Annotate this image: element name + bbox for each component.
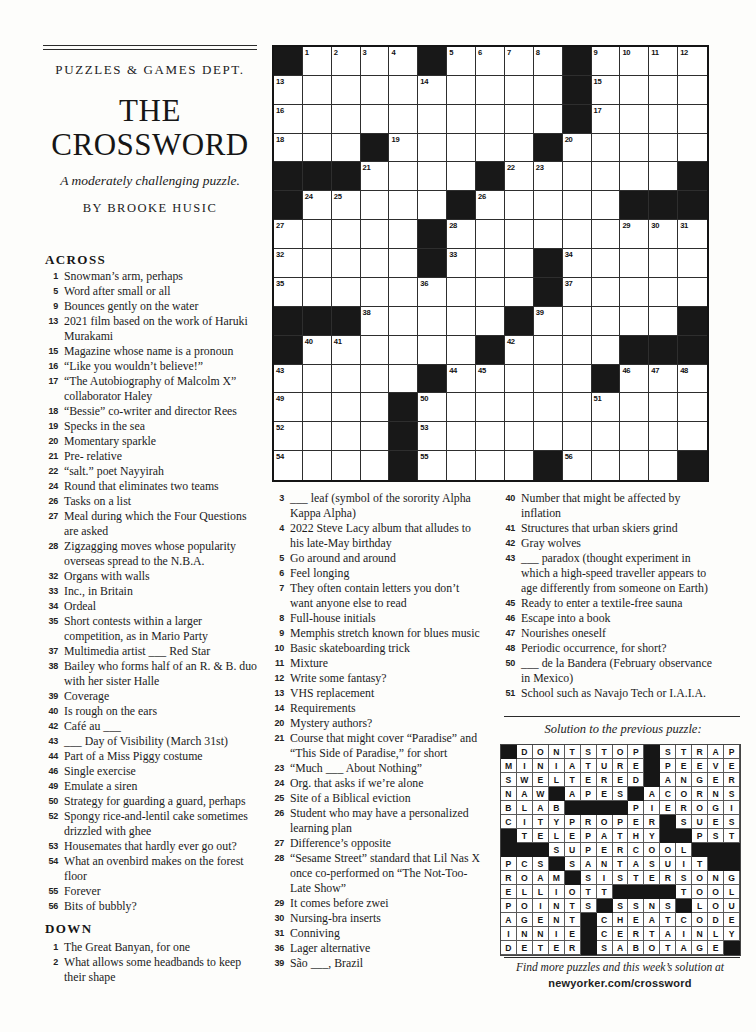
solution-cell: M: [501, 759, 517, 773]
grid-cell[interactable]: 47: [649, 365, 678, 394]
grid-cell[interactable]: 28: [447, 220, 476, 249]
grid-cell[interactable]: [476, 220, 505, 249]
cell-number: 31: [680, 221, 688, 230]
clue-number: 37: [43, 644, 58, 656]
grid-cell[interactable]: [563, 422, 592, 451]
clue-number: 53: [43, 839, 58, 851]
solution-cell: I: [644, 801, 660, 815]
solution-cell: E: [708, 815, 724, 829]
grid-cell[interactable]: [418, 191, 447, 220]
grid-cell[interactable]: [389, 307, 418, 336]
grid-cell[interactable]: [389, 249, 418, 278]
grid-cell[interactable]: 9: [592, 47, 621, 76]
grid-cell[interactable]: [303, 220, 332, 249]
grid-cell[interactable]: [505, 105, 534, 134]
grid-cell-black: [563, 105, 592, 134]
grid-cell[interactable]: [505, 76, 534, 105]
grid-cell[interactable]: [505, 278, 534, 307]
grid-cell[interactable]: [620, 162, 649, 191]
clue-number: 46: [43, 764, 58, 776]
cell-number: 13: [276, 77, 284, 86]
grid-cell[interactable]: [505, 451, 534, 480]
grid-cell[interactable]: 33: [447, 249, 476, 278]
grid-cell[interactable]: 50: [418, 393, 447, 422]
grid-cell[interactable]: [649, 249, 678, 278]
clue-number: 13: [272, 686, 284, 698]
solution-cell: C: [597, 927, 613, 941]
clue-item: 26Tasks on a list: [43, 494, 269, 509]
cell-number: 5: [449, 48, 453, 57]
grid-cell[interactable]: 22: [505, 162, 534, 191]
grid-cell[interactable]: [620, 393, 649, 422]
grid-cell[interactable]: [534, 336, 563, 365]
solution-cell-black: [581, 913, 597, 927]
solution-cell: I: [517, 815, 533, 829]
grid-cell[interactable]: [361, 393, 390, 422]
grid-cell[interactable]: [505, 422, 534, 451]
solution-cell: S: [676, 815, 692, 829]
solution-cell: C: [660, 787, 676, 801]
clue-item: 19Specks in the sea: [43, 419, 269, 434]
solution-cell: N: [692, 927, 708, 941]
clue-item: 46Escape into a book: [503, 611, 743, 626]
grid-cell[interactable]: [361, 278, 390, 307]
grid-cell[interactable]: 18: [274, 134, 303, 163]
grid-cell[interactable]: 52: [274, 422, 303, 451]
grid-cell[interactable]: [476, 451, 505, 480]
clue-text: Café au ___: [64, 719, 121, 734]
grid-cell[interactable]: 21: [361, 162, 390, 191]
solution-cell: S: [501, 773, 517, 787]
grid-cell[interactable]: [447, 393, 476, 422]
solution-cell: C: [676, 913, 692, 927]
solution-cell: R: [613, 843, 629, 857]
solution-cell: I: [533, 899, 549, 913]
grid-cell[interactable]: 36: [418, 278, 447, 307]
grid-cell[interactable]: 40: [303, 336, 332, 365]
grid-cell[interactable]: [361, 76, 390, 105]
grid-cell[interactable]: 51: [592, 393, 621, 422]
grid-cell[interactable]: [389, 191, 418, 220]
grid-cell[interactable]: [649, 278, 678, 307]
grid-cell[interactable]: [476, 105, 505, 134]
grid-cell[interactable]: [447, 451, 476, 480]
grid-cell[interactable]: 13: [274, 76, 303, 105]
clue-number: 48: [503, 641, 515, 653]
solution-cell: S: [660, 899, 676, 913]
solution-cell: N: [533, 927, 549, 941]
solution-cell: T: [565, 899, 581, 913]
solution-cell: S: [660, 745, 676, 759]
grid-cell[interactable]: [649, 76, 678, 105]
grid-cell[interactable]: 19: [389, 134, 418, 163]
grid-cell[interactable]: [447, 336, 476, 365]
grid-cell[interactable]: [505, 134, 534, 163]
grid-cell[interactable]: [303, 278, 332, 307]
solution-cell: O: [644, 941, 660, 955]
clue-text: What allows some headbands to keep their…: [64, 955, 241, 985]
grid-cell[interactable]: [332, 451, 361, 480]
grid-cell[interactable]: 44: [447, 365, 476, 394]
grid-cell[interactable]: 31: [678, 220, 707, 249]
solution-cell: S: [644, 857, 660, 871]
clue-item: 10Basic skateboarding trick: [272, 641, 502, 656]
grid-cell[interactable]: [389, 76, 418, 105]
grid-cell[interactable]: [303, 134, 332, 163]
grid-cell[interactable]: [361, 422, 390, 451]
grid-cell[interactable]: [534, 422, 563, 451]
solution-cell: A: [533, 801, 549, 815]
solution-cell-black: [644, 759, 660, 773]
grid-cell[interactable]: [505, 365, 534, 394]
grid-cell[interactable]: [389, 105, 418, 134]
grid-cell[interactable]: [563, 162, 592, 191]
grid-cell[interactable]: [505, 393, 534, 422]
grid-cell[interactable]: [418, 134, 447, 163]
grid-cell[interactable]: [592, 134, 621, 163]
grid-cell[interactable]: [620, 134, 649, 163]
grid-cell[interactable]: [389, 365, 418, 394]
cell-number: 3: [363, 48, 367, 57]
solution-cell: T: [692, 857, 708, 871]
solution-cell: R: [613, 759, 629, 773]
grid-cell[interactable]: [476, 393, 505, 422]
solution-cell: E: [724, 913, 740, 927]
grid-cell[interactable]: [534, 76, 563, 105]
solution-cell: N: [517, 927, 533, 941]
puzzle-subtitle: A moderately challenging puzzle.: [43, 173, 257, 189]
grid-cell-black: [389, 451, 418, 480]
clue-text: “Bessie” co-writer and director Rees: [64, 404, 237, 419]
grid-cell[interactable]: [303, 422, 332, 451]
grid-cell[interactable]: 20: [563, 134, 592, 163]
grid-cell[interactable]: [476, 134, 505, 163]
grid-cell[interactable]: [447, 422, 476, 451]
grid-cell[interactable]: 25: [332, 191, 361, 220]
clue-item: 2What allows some headbands to keep thei…: [43, 955, 269, 985]
grid-cell[interactable]: [447, 307, 476, 336]
grid-cell[interactable]: [332, 365, 361, 394]
grid-cell[interactable]: [361, 191, 390, 220]
grid-cell[interactable]: [332, 278, 361, 307]
solution-cell: I: [549, 885, 565, 899]
grid-cell[interactable]: [505, 249, 534, 278]
solution-cell-black: [533, 843, 549, 857]
grid-cell[interactable]: [303, 393, 332, 422]
clue-item: 44Part of a Miss Piggy costume: [43, 749, 269, 764]
grid-cell[interactable]: [476, 249, 505, 278]
grid-cell[interactable]: [303, 451, 332, 480]
grid-cell-black: [649, 191, 678, 220]
grid-cell[interactable]: [678, 249, 707, 278]
solution-cell: P: [501, 899, 517, 913]
cell-number: 52: [276, 423, 284, 432]
clue-item: 22“salt.” poet Nayyirah: [43, 464, 269, 479]
grid-cell[interactable]: [563, 307, 592, 336]
grid-cell[interactable]: [649, 307, 678, 336]
grid-cell[interactable]: [332, 105, 361, 134]
solution-cell: T: [565, 745, 581, 759]
grid-cell[interactable]: 55: [418, 451, 447, 480]
grid-cell[interactable]: 23: [534, 162, 563, 191]
solution-cell: O: [708, 885, 724, 899]
grid-cell[interactable]: [447, 76, 476, 105]
cell-number: 28: [449, 221, 457, 230]
footer-text: Find more puzzles and this week’s soluti…: [486, 961, 754, 973]
grid-cell[interactable]: 39: [534, 307, 563, 336]
grid-cell[interactable]: [361, 220, 390, 249]
grid-cell[interactable]: [303, 105, 332, 134]
cell-number: 10: [622, 48, 630, 57]
grid-cell[interactable]: [649, 162, 678, 191]
grid-cell[interactable]: [592, 451, 621, 480]
solution-cell-black: [628, 787, 644, 801]
clue-number: 13: [43, 314, 58, 326]
grid-cell[interactable]: 3: [361, 47, 390, 76]
across-clue-list: 1Snowman’s arm, perhaps5Word after small…: [43, 269, 269, 914]
grid-cell[interactable]: [447, 105, 476, 134]
solution-cell: D: [501, 941, 517, 955]
page-title-line2: CROSSWORD: [51, 127, 248, 162]
grid-cell[interactable]: [620, 76, 649, 105]
grid-cell[interactable]: 2: [332, 47, 361, 76]
grid-cell[interactable]: [592, 249, 621, 278]
grid-cell[interactable]: 24: [303, 191, 332, 220]
clue-text: Spongy rice-and-lentil cake sometimes dr…: [64, 809, 248, 839]
grid-cell[interactable]: [563, 393, 592, 422]
grid-cell[interactable]: [649, 422, 678, 451]
grid-cell[interactable]: 56: [563, 451, 592, 480]
grid-cell[interactable]: 6: [476, 47, 505, 76]
solution-cell: O: [533, 745, 549, 759]
clue-text: Bits of bubbly?: [64, 899, 137, 914]
cell-number: 16: [276, 106, 284, 115]
grid-cell[interactable]: 32: [274, 249, 303, 278]
grid-cell[interactable]: [649, 134, 678, 163]
solution-cell: T: [724, 829, 740, 843]
grid-cell[interactable]: [418, 336, 447, 365]
grid-cell-black: [332, 307, 361, 336]
grid-cell[interactable]: 48: [678, 365, 707, 394]
solution-cell: Y: [549, 815, 565, 829]
solution-cell: E: [565, 927, 581, 941]
clue-text: Ready to enter a textile-free sauna: [521, 596, 682, 611]
grid-cell[interactable]: [389, 278, 418, 307]
grid-cell[interactable]: 38: [361, 307, 390, 336]
grid-cell-black: [534, 278, 563, 307]
grid-cell[interactable]: [418, 162, 447, 191]
grid-cell[interactable]: [476, 307, 505, 336]
solution-cell: S: [708, 829, 724, 843]
grid-cell[interactable]: [505, 220, 534, 249]
grid-cell[interactable]: [620, 105, 649, 134]
page-title-line1: THE: [119, 93, 181, 128]
grid-cell[interactable]: [592, 336, 621, 365]
crossword-grid[interactable]: 1234567891011121314151617181920212223242…: [272, 45, 709, 482]
grid-cell[interactable]: [361, 365, 390, 394]
grid-cell[interactable]: 35: [274, 278, 303, 307]
grid-cell[interactable]: [447, 162, 476, 191]
grid-cell[interactable]: [678, 422, 707, 451]
grid-cell[interactable]: [678, 134, 707, 163]
grid-cell[interactable]: [476, 278, 505, 307]
cell-number: 19: [391, 135, 399, 144]
grid-cell[interactable]: 41: [332, 336, 361, 365]
clue-number: 5: [43, 284, 58, 296]
grid-cell[interactable]: 1: [303, 47, 332, 76]
clue-item: 38Bailey who forms half of an R. & B. du…: [43, 659, 269, 689]
cell-number: 9: [594, 48, 598, 57]
clue-item: 30Nursing-bra inserts: [272, 911, 502, 926]
grid-cell[interactable]: 37: [563, 278, 592, 307]
clue-text: “Like you wouldn’t believe!”: [64, 359, 203, 374]
grid-cell[interactable]: [649, 451, 678, 480]
grid-cell[interactable]: [534, 365, 563, 394]
clue-number: 26: [272, 806, 284, 818]
grid-cell[interactable]: [418, 307, 447, 336]
grid-cell[interactable]: [361, 249, 390, 278]
grid-cell[interactable]: 34: [563, 249, 592, 278]
grid-cell[interactable]: 42: [505, 336, 534, 365]
grid-cell[interactable]: [592, 191, 621, 220]
grid-cell[interactable]: [332, 249, 361, 278]
grid-cell[interactable]: 5: [447, 47, 476, 76]
grid-cell[interactable]: [332, 134, 361, 163]
grid-cell[interactable]: [418, 105, 447, 134]
grid-cell[interactable]: 53: [418, 422, 447, 451]
solution-cell: O: [676, 787, 692, 801]
clue-number: 40: [503, 491, 515, 503]
grid-cell[interactable]: [476, 422, 505, 451]
grid-cell[interactable]: [678, 76, 707, 105]
grid-cell[interactable]: [563, 191, 592, 220]
clue-number: 49: [43, 779, 58, 791]
grid-cell[interactable]: [361, 451, 390, 480]
cell-number: 45: [478, 366, 486, 375]
grid-cell[interactable]: [303, 76, 332, 105]
cell-number: 42: [507, 337, 515, 346]
grid-cell[interactable]: [447, 278, 476, 307]
grid-cell[interactable]: 7: [505, 47, 534, 76]
grid-cell[interactable]: [332, 393, 361, 422]
grid-cell[interactable]: 10: [620, 47, 649, 76]
cell-number: 22: [507, 163, 515, 172]
grid-cell[interactable]: [649, 105, 678, 134]
grid-cell[interactable]: 4: [389, 47, 418, 76]
grid-cell[interactable]: [563, 336, 592, 365]
grid-cell[interactable]: 16: [274, 105, 303, 134]
grid-cell[interactable]: [592, 162, 621, 191]
clue-number: 11: [272, 656, 284, 668]
grid-cell[interactable]: [332, 220, 361, 249]
grid-cell[interactable]: 30: [649, 220, 678, 249]
solution-cell: S: [549, 843, 565, 857]
grid-cell[interactable]: [649, 393, 678, 422]
grid-cell[interactable]: 12: [678, 47, 707, 76]
grid-cell[interactable]: [620, 307, 649, 336]
solution-cell: T: [581, 759, 597, 773]
grid-cell[interactable]: [678, 278, 707, 307]
clue-item: 8Full-house initials: [272, 611, 502, 626]
grid-cell[interactable]: [620, 422, 649, 451]
grid-cell[interactable]: [563, 220, 592, 249]
grid-cell[interactable]: 11: [649, 47, 678, 76]
grid-cell[interactable]: [332, 76, 361, 105]
grid-cell[interactable]: 14: [418, 76, 447, 105]
grid-cell[interactable]: [361, 105, 390, 134]
solution-cell: A: [613, 941, 629, 955]
grid-cell[interactable]: 46: [620, 365, 649, 394]
grid-cell[interactable]: [447, 134, 476, 163]
clue-text: Snowman’s arm, perhaps: [64, 269, 183, 284]
solution-cell: N: [644, 899, 660, 913]
grid-cell[interactable]: [592, 307, 621, 336]
grid-cell[interactable]: [592, 422, 621, 451]
grid-cell[interactable]: 49: [274, 393, 303, 422]
grid-cell[interactable]: [505, 191, 534, 220]
grid-cell[interactable]: 8: [534, 47, 563, 76]
clue-item: 35Short contests within a larger competi…: [43, 614, 269, 644]
solution-cell-black: [724, 941, 740, 955]
grid-cell[interactable]: 26: [476, 191, 505, 220]
grid-cell[interactable]: [476, 76, 505, 105]
solution-cell: U: [692, 815, 708, 829]
grid-cell-black: [274, 47, 303, 76]
grid-cell[interactable]: [592, 278, 621, 307]
grid-cell[interactable]: [303, 249, 332, 278]
grid-cell[interactable]: 27: [274, 220, 303, 249]
solution-cell: S: [597, 941, 613, 955]
solution-cell: T: [597, 745, 613, 759]
grid-cell[interactable]: [678, 105, 707, 134]
solution-cell-black: [724, 857, 740, 871]
grid-cell[interactable]: [534, 393, 563, 422]
grid-cell[interactable]: [332, 422, 361, 451]
grid-cell[interactable]: [389, 162, 418, 191]
grid-cell[interactable]: [678, 393, 707, 422]
grid-cell[interactable]: [563, 365, 592, 394]
grid-cell[interactable]: 45: [476, 365, 505, 394]
grid-cell[interactable]: [620, 278, 649, 307]
grid-cell[interactable]: [303, 365, 332, 394]
grid-cell[interactable]: 17: [592, 105, 621, 134]
grid-cell[interactable]: 54: [274, 451, 303, 480]
grid-cell[interactable]: [592, 220, 621, 249]
clue-text: “The Autobiography of Malcolm X” collabo…: [64, 374, 236, 404]
grid-cell[interactable]: [361, 336, 390, 365]
grid-cell[interactable]: 29: [620, 220, 649, 249]
grid-cell[interactable]: [534, 105, 563, 134]
clue-text: Word after small or all: [64, 284, 171, 299]
solution-cell: N: [708, 871, 724, 885]
grid-cell[interactable]: [620, 249, 649, 278]
clue-number: 19: [43, 419, 58, 431]
clue-text: Housemates that hardly ever go out?: [64, 839, 237, 854]
solution-cell: R: [628, 927, 644, 941]
solution-cell: I: [724, 801, 740, 815]
grid-cell-black: [505, 307, 534, 336]
grid-cell[interactable]: [620, 451, 649, 480]
grid-cell[interactable]: 15: [592, 76, 621, 105]
grid-cell[interactable]: [534, 191, 563, 220]
grid-cell[interactable]: [389, 336, 418, 365]
grid-cell[interactable]: 43: [274, 365, 303, 394]
grid-cell[interactable]: [534, 220, 563, 249]
footer-url[interactable]: newyorker.com/crossword: [486, 977, 754, 989]
grid-cell[interactable]: [389, 220, 418, 249]
clue-item: 56Bits of bubbly?: [43, 899, 269, 914]
cell-number: 33: [449, 250, 457, 259]
